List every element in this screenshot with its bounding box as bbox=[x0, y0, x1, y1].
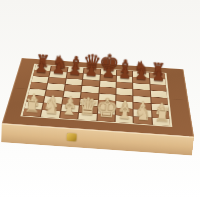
piece-black-pawn[interactable]: ♟ bbox=[68, 63, 82, 78]
piece-black-pawn[interactable]: ♟ bbox=[85, 64, 99, 79]
product-photo-chess-set: ♜♞♝♛♚♝♞♜♟♟♟♟♟♟♟♟♟♟♟♟♟♟♟♟♜♞♝♛♚♝♞♜ bbox=[0, 0, 200, 200]
scene-tilt: ♜♞♝♛♚♝♞♜♟♟♟♟♟♟♟♟♟♟♟♟♟♟♟♟♜♞♝♛♚♝♞♜ bbox=[0, 0, 200, 200]
chess-box: ♜♞♝♛♚♝♞♜♟♟♟♟♟♟♟♟♟♟♟♟♟♟♟♟♜♞♝♛♚♝♞♜ bbox=[2, 58, 194, 137]
square-h1[interactable]: ♜ bbox=[152, 118, 170, 126]
piece-black-pawn[interactable]: ♟ bbox=[51, 62, 65, 77]
piece-white-rook[interactable]: ♜ bbox=[23, 97, 41, 116]
piece-black-pawn[interactable]: ♟ bbox=[151, 69, 165, 84]
piece-black-pawn[interactable]: ♟ bbox=[118, 67, 132, 82]
square-g1[interactable]: ♞ bbox=[134, 116, 152, 124]
chess-board: ♜♞♝♛♚♝♞♜♟♟♟♟♟♟♟♟♟♟♟♟♟♟♟♟♜♞♝♛♚♝♞♜ bbox=[2, 58, 194, 137]
square-b5[interactable] bbox=[47, 83, 64, 90]
piece-black-pawn[interactable]: ♟ bbox=[101, 65, 115, 80]
square-b1[interactable]: ♞ bbox=[41, 110, 60, 118]
brass-clasp-icon bbox=[66, 133, 76, 142]
square-a1[interactable]: ♜ bbox=[23, 109, 42, 117]
board-grid: ♜♞♝♛♚♝♞♜♟♟♟♟♟♟♟♟♟♟♟♟♟♟♟♟♜♞♝♛♚♝♞♜ bbox=[20, 64, 172, 127]
piece-black-pawn[interactable]: ♟ bbox=[35, 61, 49, 76]
square-c7[interactable]: ♟ bbox=[66, 73, 82, 80]
piece-white-knight[interactable]: ♞ bbox=[42, 97, 61, 117]
perspective-scene: ♜♞♝♛♚♝♞♜♟♟♟♟♟♟♟♟♟♟♟♟♟♟♟♟♜♞♝♛♚♝♞♜ bbox=[6, 0, 194, 188]
square-d7[interactable]: ♟ bbox=[83, 74, 99, 81]
square-f1[interactable]: ♝ bbox=[115, 115, 132, 123]
piece-black-pawn[interactable]: ♟ bbox=[135, 68, 149, 83]
piece-white-knight[interactable]: ♞ bbox=[134, 103, 153, 123]
piece-white-rook[interactable]: ♜ bbox=[153, 106, 171, 125]
box-front-side bbox=[1, 123, 194, 155]
piece-white-bishop[interactable]: ♝ bbox=[115, 101, 135, 123]
square-e1[interactable]: ♚ bbox=[97, 114, 115, 122]
square-a7[interactable]: ♟ bbox=[33, 70, 50, 77]
